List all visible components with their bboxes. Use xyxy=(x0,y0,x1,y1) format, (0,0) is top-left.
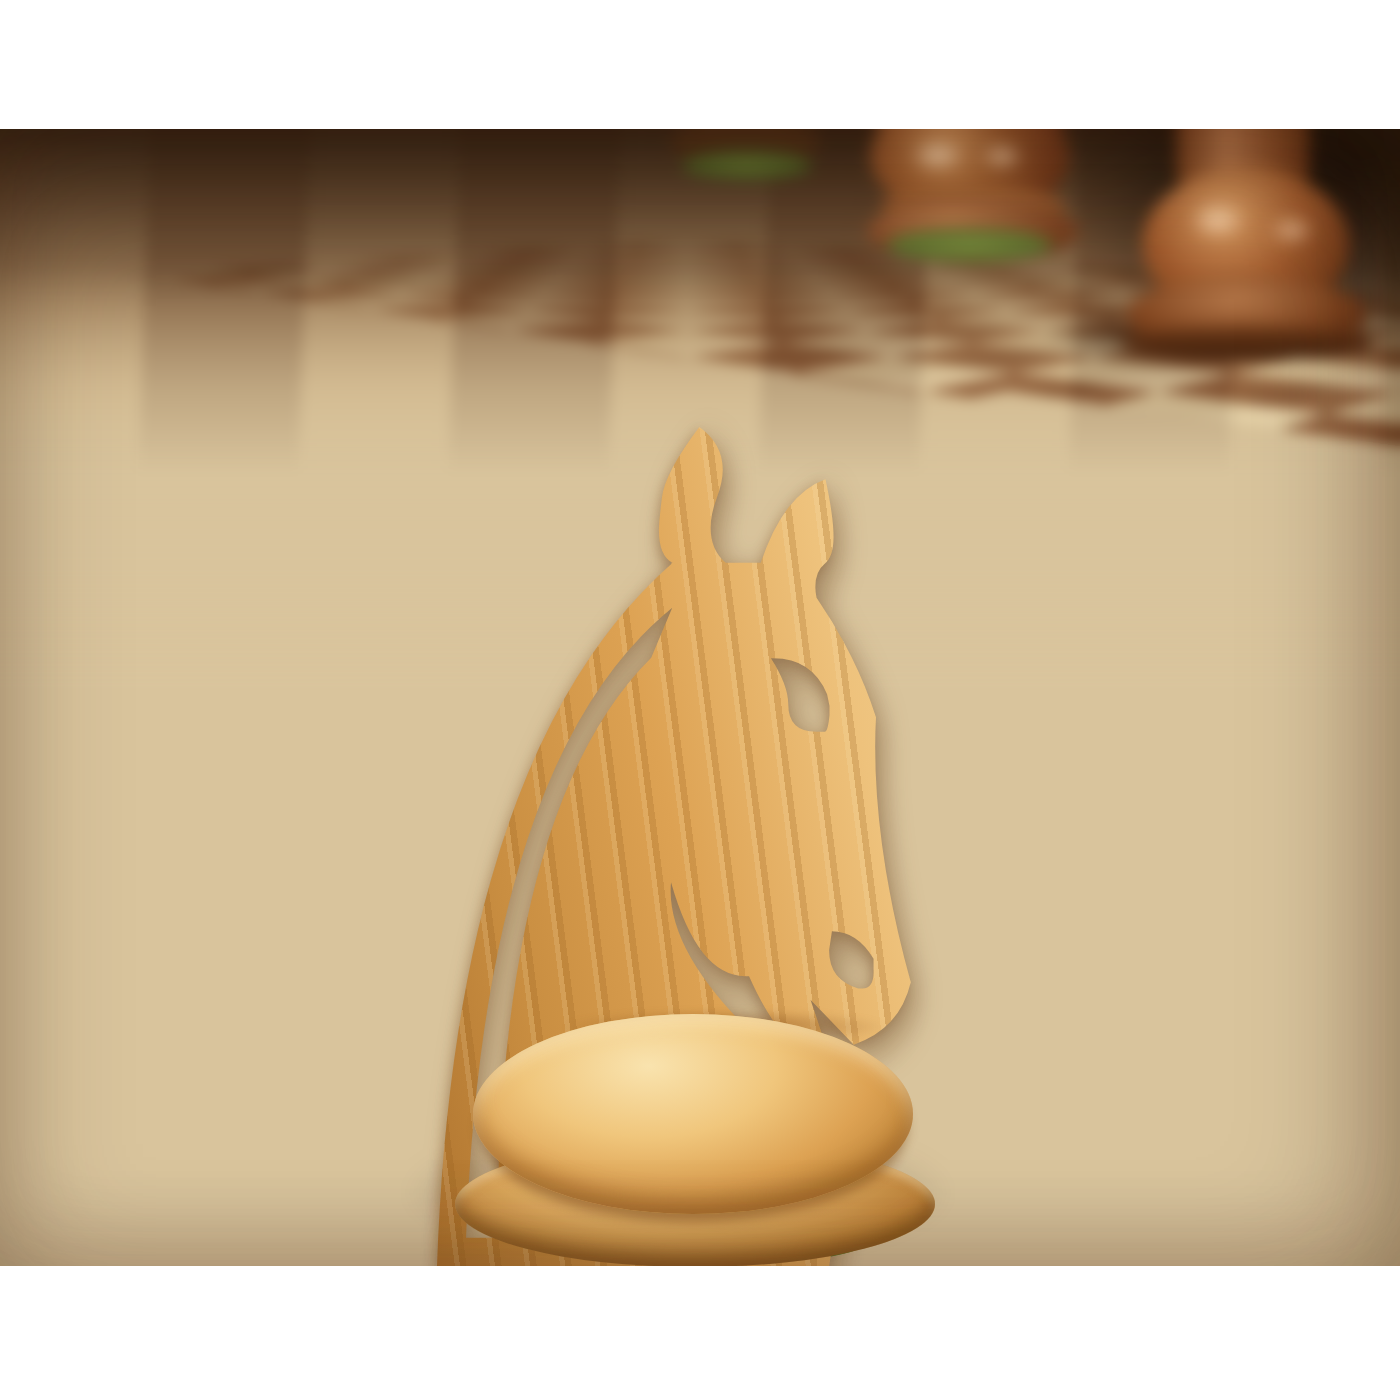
king-highlight xyxy=(1268,214,1316,246)
chessboard-photo: ♞ xyxy=(0,129,1400,1266)
king-base-rim xyxy=(1120,326,1374,360)
photo-frame: { "game": "chess", "scene": "close-up ph… xyxy=(0,0,1400,1400)
blurred-king xyxy=(1118,129,1386,368)
king-highlight xyxy=(1188,200,1248,240)
pawn-highlight xyxy=(980,142,1024,170)
blurred-piece-felt xyxy=(682,150,812,180)
knight-base-bun xyxy=(473,1014,913,1214)
blurred-piece-base xyxy=(672,129,822,186)
pawn-highlight xyxy=(910,138,966,172)
